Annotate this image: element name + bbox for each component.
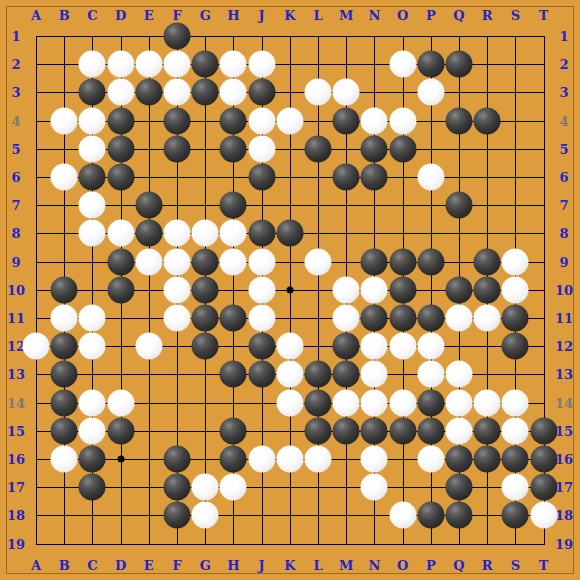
white-stone-C14[interactable]	[79, 389, 106, 416]
black-stone-H15[interactable]	[220, 417, 247, 444]
black-stone-P14[interactable]	[417, 389, 444, 416]
white-stone-M10[interactable]	[333, 276, 360, 303]
row-label-right: 8	[559, 226, 568, 241]
row-label-right: 18	[555, 508, 573, 523]
white-stone-E12[interactable]	[135, 333, 162, 360]
white-stone-S10[interactable]	[502, 276, 529, 303]
white-stone-T18[interactable]	[530, 502, 557, 529]
row-label-left: 13	[7, 367, 25, 382]
black-stone-Q10[interactable]	[446, 276, 473, 303]
white-stone-P12[interactable]	[417, 333, 444, 360]
col-label-top: C	[87, 8, 97, 23]
black-stone-L14[interactable]	[305, 389, 332, 416]
white-stone-S17[interactable]	[502, 474, 529, 501]
black-stone-C6[interactable]	[79, 164, 106, 191]
col-label-bottom: H	[227, 558, 239, 573]
white-stone-O14[interactable]	[389, 389, 416, 416]
black-stone-P9[interactable]	[417, 248, 444, 275]
black-stone-G11[interactable]	[192, 305, 219, 332]
col-label-bottom: K	[284, 558, 295, 573]
white-stone-B11[interactable]	[51, 305, 78, 332]
black-stone-R4[interactable]	[474, 107, 501, 134]
black-stone-N9[interactable]	[361, 248, 388, 275]
white-stone-H9[interactable]	[220, 248, 247, 275]
black-stone-F5[interactable]	[164, 135, 191, 162]
col-label-top: G	[200, 8, 211, 23]
black-stone-Q7[interactable]	[446, 192, 473, 219]
row-label-left: 7	[11, 198, 20, 213]
col-label-bottom: L	[313, 558, 322, 573]
black-stone-J13[interactable]	[248, 361, 275, 388]
black-stone-S12[interactable]	[502, 333, 529, 360]
white-stone-J2[interactable]	[248, 51, 275, 78]
black-stone-D5[interactable]	[107, 135, 134, 162]
col-label-bottom: P	[426, 558, 436, 573]
white-stone-D14[interactable]	[107, 389, 134, 416]
col-label-bottom: J	[259, 558, 265, 573]
white-stone-L16[interactable]	[305, 446, 332, 473]
white-stone-J5[interactable]	[248, 135, 275, 162]
white-stone-Q13[interactable]	[446, 361, 473, 388]
col-label-top: K	[284, 8, 295, 23]
black-stone-D10[interactable]	[107, 276, 134, 303]
white-stone-C12[interactable]	[79, 333, 106, 360]
row-label-left: 14	[7, 395, 25, 410]
black-stone-R10[interactable]	[474, 276, 501, 303]
black-stone-F4[interactable]	[164, 107, 191, 134]
white-stone-E2[interactable]	[135, 51, 162, 78]
col-label-top: A	[31, 8, 41, 23]
black-stone-T16[interactable]	[530, 446, 557, 473]
white-stone-Q15[interactable]	[446, 417, 473, 444]
white-stone-J4[interactable]	[248, 107, 275, 134]
black-stone-Q17[interactable]	[446, 474, 473, 501]
black-stone-N11[interactable]	[361, 305, 388, 332]
col-label-top: L	[313, 8, 322, 23]
white-stone-L3[interactable]	[305, 79, 332, 106]
white-stone-P6[interactable]	[417, 164, 444, 191]
white-stone-F11[interactable]	[164, 305, 191, 332]
col-label-bottom: B	[59, 558, 70, 573]
black-stone-D6[interactable]	[107, 164, 134, 191]
row-label-left: 11	[7, 311, 25, 326]
row-label-right: 6	[559, 170, 568, 185]
black-stone-P15[interactable]	[417, 417, 444, 444]
black-stone-H16[interactable]	[220, 446, 247, 473]
black-stone-R16[interactable]	[474, 446, 501, 473]
black-stone-L5[interactable]	[305, 135, 332, 162]
white-stone-B6[interactable]	[51, 164, 78, 191]
black-stone-H7[interactable]	[220, 192, 247, 219]
col-label-top: R	[482, 8, 493, 23]
row-label-left: 19	[7, 536, 25, 551]
black-stone-F16[interactable]	[164, 446, 191, 473]
white-stone-C5[interactable]	[79, 135, 106, 162]
col-label-top: T	[539, 8, 549, 23]
white-stone-O2[interactable]	[389, 51, 416, 78]
col-label-top: E	[144, 8, 154, 23]
row-label-left: 17	[7, 480, 25, 495]
white-stone-F2[interactable]	[164, 51, 191, 78]
white-stone-N10[interactable]	[361, 276, 388, 303]
col-label-bottom: O	[397, 558, 408, 573]
white-stone-C2[interactable]	[79, 51, 106, 78]
white-stone-N17[interactable]	[361, 474, 388, 501]
black-stone-E3[interactable]	[135, 79, 162, 106]
black-stone-B14[interactable]	[51, 389, 78, 416]
row-label-left: 10	[7, 282, 25, 297]
white-stone-K14[interactable]	[276, 389, 303, 416]
black-stone-S18[interactable]	[502, 502, 529, 529]
row-label-right: 7	[559, 198, 568, 213]
col-label-bottom: G	[200, 558, 211, 573]
black-stone-T15[interactable]	[530, 417, 557, 444]
black-stone-R9[interactable]	[474, 248, 501, 275]
black-stone-N5[interactable]	[361, 135, 388, 162]
white-stone-O4[interactable]	[389, 107, 416, 134]
black-stone-D4[interactable]	[107, 107, 134, 134]
black-stone-D9[interactable]	[107, 248, 134, 275]
white-stone-P13[interactable]	[417, 361, 444, 388]
black-stone-T17[interactable]	[530, 474, 557, 501]
row-label-left: 18	[7, 508, 25, 523]
white-stone-D2[interactable]	[107, 51, 134, 78]
black-stone-E8[interactable]	[135, 220, 162, 247]
row-label-left: 4	[11, 113, 20, 128]
col-label-top: J	[259, 8, 265, 23]
black-stone-G3[interactable]	[192, 79, 219, 106]
col-label-bottom: T	[539, 558, 549, 573]
col-label-top: B	[59, 8, 70, 23]
col-label-top: F	[172, 8, 181, 23]
black-stone-G2[interactable]	[192, 51, 219, 78]
black-stone-C3[interactable]	[79, 79, 106, 106]
black-stone-S16[interactable]	[502, 446, 529, 473]
black-stone-J3[interactable]	[248, 79, 275, 106]
col-label-top: P	[426, 8, 436, 23]
white-stone-E9[interactable]	[135, 248, 162, 275]
white-stone-N16[interactable]	[361, 446, 388, 473]
black-stone-L15[interactable]	[305, 417, 332, 444]
white-stone-K13[interactable]	[276, 361, 303, 388]
black-stone-O15[interactable]	[389, 417, 416, 444]
white-stone-H3[interactable]	[220, 79, 247, 106]
black-stone-R15[interactable]	[474, 417, 501, 444]
black-stone-B13[interactable]	[51, 361, 78, 388]
row-label-right: 5	[559, 141, 568, 156]
col-label-top: D	[115, 8, 126, 23]
black-stone-Q18[interactable]	[446, 502, 473, 529]
row-label-left: 2	[11, 57, 20, 72]
white-stone-A12[interactable]	[23, 333, 50, 360]
col-label-bottom: F	[172, 558, 181, 573]
black-stone-M6[interactable]	[333, 164, 360, 191]
white-stone-S14[interactable]	[502, 389, 529, 416]
black-stone-F17[interactable]	[164, 474, 191, 501]
row-label-left: 3	[11, 85, 20, 100]
col-label-bottom: E	[144, 558, 154, 573]
row-label-right: 12	[555, 339, 573, 354]
row-label-right: 14	[555, 395, 573, 410]
white-stone-R11[interactable]	[474, 305, 501, 332]
white-stone-J16[interactable]	[248, 446, 275, 473]
black-stone-F18[interactable]	[164, 502, 191, 529]
white-stone-H2[interactable]	[220, 51, 247, 78]
col-label-top: M	[339, 8, 353, 23]
row-label-left: 5	[11, 141, 20, 156]
black-stone-B15[interactable]	[51, 417, 78, 444]
black-stone-H11[interactable]	[220, 305, 247, 332]
white-stone-N12[interactable]	[361, 333, 388, 360]
white-stone-D3[interactable]	[107, 79, 134, 106]
white-stone-F10[interactable]	[164, 276, 191, 303]
black-stone-M12[interactable]	[333, 333, 360, 360]
col-label-bottom: M	[339, 558, 353, 573]
white-stone-J10[interactable]	[248, 276, 275, 303]
col-label-bottom: A	[31, 558, 41, 573]
row-label-right: 3	[559, 85, 568, 100]
row-label-right: 11	[555, 311, 573, 326]
star-point-K10	[286, 286, 293, 293]
white-stone-K4[interactable]	[276, 107, 303, 134]
white-stone-C7[interactable]	[79, 192, 106, 219]
white-stone-G17[interactable]	[192, 474, 219, 501]
black-stone-P11[interactable]	[417, 305, 444, 332]
white-stone-N13[interactable]	[361, 361, 388, 388]
black-stone-M15[interactable]	[333, 417, 360, 444]
white-stone-O12[interactable]	[389, 333, 416, 360]
white-stone-Q11[interactable]	[446, 305, 473, 332]
row-label-right: 4	[559, 113, 568, 128]
black-stone-K8[interactable]	[276, 220, 303, 247]
white-stone-K12[interactable]	[276, 333, 303, 360]
white-stone-H17[interactable]	[220, 474, 247, 501]
black-stone-L13[interactable]	[305, 361, 332, 388]
white-stone-D8[interactable]	[107, 220, 134, 247]
white-stone-B16[interactable]	[51, 446, 78, 473]
white-stone-R14[interactable]	[474, 389, 501, 416]
row-label-right: 15	[555, 423, 573, 438]
col-label-top: H	[227, 8, 239, 23]
white-stone-M3[interactable]	[333, 79, 360, 106]
row-label-left: 1	[11, 29, 20, 44]
white-stone-K16[interactable]	[276, 446, 303, 473]
white-stone-J9[interactable]	[248, 248, 275, 275]
white-stone-S15[interactable]	[502, 417, 529, 444]
white-stone-N14[interactable]	[361, 389, 388, 416]
black-stone-S11[interactable]	[502, 305, 529, 332]
white-stone-B4[interactable]	[51, 107, 78, 134]
black-stone-J12[interactable]	[248, 333, 275, 360]
black-stone-N15[interactable]	[361, 417, 388, 444]
white-stone-P16[interactable]	[417, 446, 444, 473]
black-stone-G12[interactable]	[192, 333, 219, 360]
star-point-D16	[117, 456, 124, 463]
black-stone-H5[interactable]	[220, 135, 247, 162]
black-stone-P18[interactable]	[417, 502, 444, 529]
col-label-bottom: C	[87, 558, 97, 573]
go-board: AABBCCDDEEFFGGHHJJKKLLMMNNOOPPQQRRSSTT11…	[0, 0, 580, 580]
row-label-right: 17	[555, 480, 573, 495]
col-label-bottom: D	[115, 558, 126, 573]
black-stone-E7[interactable]	[135, 192, 162, 219]
white-stone-H8[interactable]	[220, 220, 247, 247]
black-stone-N6[interactable]	[361, 164, 388, 191]
row-label-right: 13	[555, 367, 573, 382]
black-stone-C16[interactable]	[79, 446, 106, 473]
black-stone-J6[interactable]	[248, 164, 275, 191]
white-stone-F9[interactable]	[164, 248, 191, 275]
black-stone-O5[interactable]	[389, 135, 416, 162]
white-stone-C11[interactable]	[79, 305, 106, 332]
white-stone-L9[interactable]	[305, 248, 332, 275]
col-label-bottom: R	[482, 558, 493, 573]
white-stone-C8[interactable]	[79, 220, 106, 247]
black-stone-G9[interactable]	[192, 248, 219, 275]
white-stone-N4[interactable]	[361, 107, 388, 134]
col-label-top: O	[397, 8, 408, 23]
white-stone-M14[interactable]	[333, 389, 360, 416]
black-stone-Q4[interactable]	[446, 107, 473, 134]
row-label-left: 6	[11, 170, 20, 185]
white-stone-C4[interactable]	[79, 107, 106, 134]
white-stone-C15[interactable]	[79, 417, 106, 444]
row-label-right: 9	[559, 254, 568, 269]
col-label-top: Q	[453, 8, 464, 23]
black-stone-B12[interactable]	[51, 333, 78, 360]
black-stone-C17[interactable]	[79, 474, 106, 501]
white-stone-O18[interactable]	[389, 502, 416, 529]
black-stone-M4[interactable]	[333, 107, 360, 134]
grid-line-horizontal	[36, 544, 545, 545]
black-stone-B10[interactable]	[51, 276, 78, 303]
row-label-right: 19	[555, 536, 573, 551]
row-label-right: 10	[555, 282, 573, 297]
col-label-bottom: N	[368, 558, 380, 573]
row-label-left: 15	[7, 423, 25, 438]
black-stone-P2[interactable]	[417, 51, 444, 78]
col-label-bottom: S	[511, 558, 520, 573]
black-stone-O9[interactable]	[389, 248, 416, 275]
row-label-right: 2	[559, 57, 568, 72]
white-stone-G8[interactable]	[192, 220, 219, 247]
black-stone-D15[interactable]	[107, 417, 134, 444]
white-stone-Q14[interactable]	[446, 389, 473, 416]
black-stone-G10[interactable]	[192, 276, 219, 303]
black-stone-F1[interactable]	[164, 23, 191, 50]
white-stone-S9[interactable]	[502, 248, 529, 275]
black-stone-Q2[interactable]	[446, 51, 473, 78]
row-label-right: 1	[559, 29, 568, 44]
black-stone-M13[interactable]	[333, 361, 360, 388]
white-stone-M11[interactable]	[333, 305, 360, 332]
black-stone-H4[interactable]	[220, 107, 247, 134]
black-stone-O11[interactable]	[389, 305, 416, 332]
white-stone-G18[interactable]	[192, 502, 219, 529]
col-label-top: N	[368, 8, 380, 23]
row-label-right: 16	[555, 452, 573, 467]
row-label-left: 16	[7, 452, 25, 467]
white-stone-F3[interactable]	[164, 79, 191, 106]
row-label-left: 9	[11, 254, 20, 269]
black-stone-J8[interactable]	[248, 220, 275, 247]
row-label-left: 8	[11, 226, 20, 241]
col-label-bottom: Q	[453, 558, 464, 573]
col-label-top: S	[511, 8, 520, 23]
white-stone-P3[interactable]	[417, 79, 444, 106]
black-stone-H13[interactable]	[220, 361, 247, 388]
white-stone-F8[interactable]	[164, 220, 191, 247]
white-stone-J11[interactable]	[248, 305, 275, 332]
black-stone-O10[interactable]	[389, 276, 416, 303]
black-stone-Q16[interactable]	[446, 446, 473, 473]
